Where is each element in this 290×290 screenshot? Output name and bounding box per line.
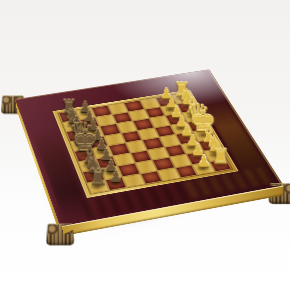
chess-board-3d: ♜♟♟♜♞♟♟♞♝♟♟♝♛♟♟♛♚♟♟♚♝♟♟♝♞♟♟♞♜♟♟♜: [15, 69, 283, 226]
piece-black-rook: ♜: [88, 166, 107, 187]
piece-white-pawn: ♟: [197, 154, 211, 170]
product-photo-stage: ♜♟♟♜♞♟♟♞♝♟♟♝♛♟♟♛♚♟♟♚♝♟♟♝♞♟♟♞♜♟♟♜: [0, 0, 290, 290]
scene-3d: ♜♟♟♜♞♟♟♞♝♟♟♝♛♟♟♛♚♟♟♚♝♟♟♝♞♟♟♞♜♟♟♜: [0, 0, 290, 290]
piece-black-pawn: ♟: [109, 169, 123, 185]
piece-white-rook: ♜: [212, 145, 231, 166]
